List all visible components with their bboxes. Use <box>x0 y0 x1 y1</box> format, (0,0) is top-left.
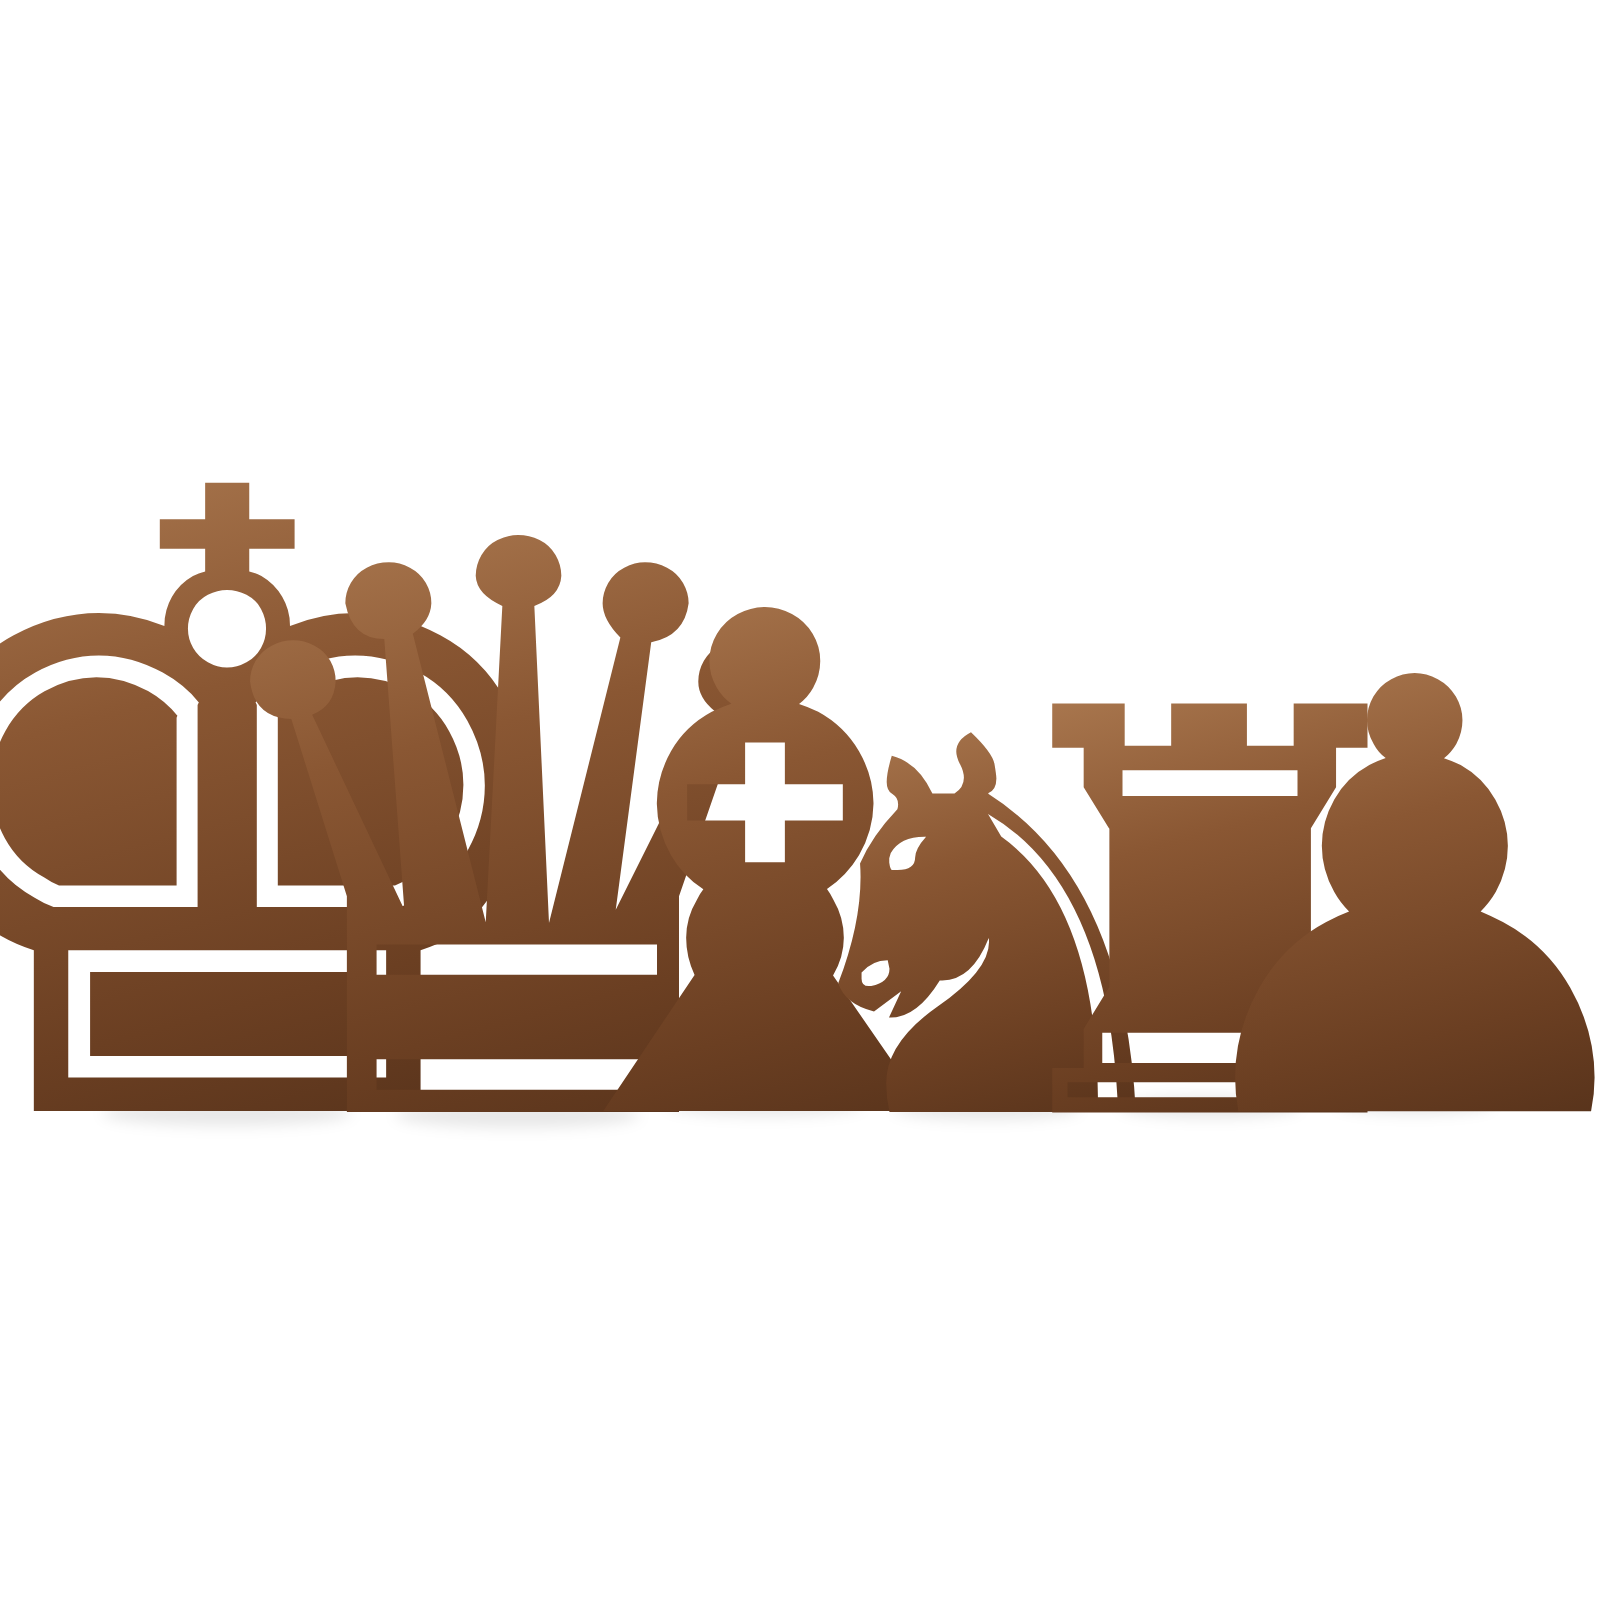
chess-pieces-product-photo: ♚ ♛ ♝ ♞ ♜ ♟ <box>0 0 1600 1600</box>
pawn-piece: ♟ <box>1115 604 1600 1204</box>
